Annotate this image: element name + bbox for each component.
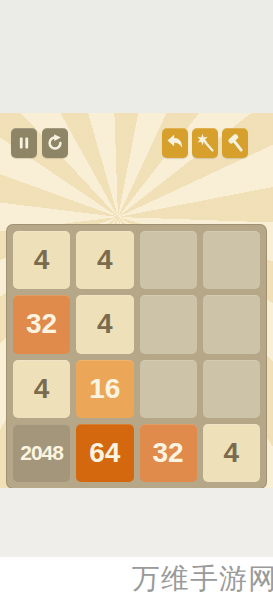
pause-button[interactable] bbox=[11, 128, 37, 158]
restart-icon bbox=[45, 133, 65, 153]
empty-cell bbox=[140, 231, 197, 289]
tile-4: 4 bbox=[13, 231, 70, 289]
tile-16: 16 bbox=[76, 360, 133, 418]
top-letterbox-band bbox=[0, 0, 273, 113]
tile-4: 4 bbox=[76, 295, 133, 353]
tile-4: 4 bbox=[76, 231, 133, 289]
tile-32: 32 bbox=[140, 424, 197, 482]
bottom-letterbox-band bbox=[0, 488, 273, 557]
magic-wand-icon bbox=[195, 133, 215, 153]
pause-icon bbox=[14, 133, 34, 153]
toolbar-right bbox=[162, 128, 248, 158]
board[interactable]: 44324416204864324 bbox=[6, 224, 267, 489]
empty-cell bbox=[203, 360, 260, 418]
tile-32: 32 bbox=[13, 295, 70, 353]
restart-button[interactable] bbox=[42, 128, 68, 158]
game-area: 44324416204864324 bbox=[0, 113, 273, 488]
empty-cell bbox=[140, 360, 197, 418]
screen: 44324416204864324 万维手游网 bbox=[0, 0, 273, 600]
toolbar-left bbox=[11, 128, 68, 158]
empty-cell bbox=[203, 295, 260, 353]
empty-cell bbox=[203, 231, 260, 289]
hammer-icon bbox=[225, 133, 245, 153]
tile-4: 4 bbox=[203, 424, 260, 482]
watermark-text: 万维手游网 bbox=[132, 560, 273, 598]
tile-2048: 2048 bbox=[13, 424, 70, 482]
hammer-button[interactable] bbox=[222, 128, 248, 158]
empty-cell bbox=[140, 295, 197, 353]
tile-4: 4 bbox=[13, 360, 70, 418]
undo-button[interactable] bbox=[162, 128, 188, 158]
undo-arrow-icon bbox=[165, 133, 185, 153]
tile-64: 64 bbox=[76, 424, 133, 482]
footer: 万维手游网 bbox=[0, 557, 273, 600]
magic-wand-button[interactable] bbox=[192, 128, 218, 158]
